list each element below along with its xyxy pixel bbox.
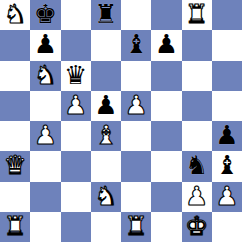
square-c5[interactable]: ♟ xyxy=(61,91,91,121)
square-g1[interactable]: ♚ xyxy=(182,212,212,242)
square-b8[interactable]: ♚ xyxy=(30,0,60,30)
white-pawn-piece[interactable]: ♟ xyxy=(124,92,147,118)
square-d8[interactable]: ♜ xyxy=(91,0,121,30)
square-a4[interactable] xyxy=(0,121,30,151)
white-knight-piece[interactable]: ♞ xyxy=(94,183,117,209)
white-rook-piece[interactable]: ♜ xyxy=(185,1,208,27)
square-h6[interactable] xyxy=(212,61,242,91)
square-b5[interactable] xyxy=(30,91,60,121)
square-g7[interactable] xyxy=(182,30,212,60)
black-bishop-piece[interactable]: ♝ xyxy=(124,31,147,57)
square-a5[interactable] xyxy=(0,91,30,121)
square-e3[interactable] xyxy=(121,151,151,181)
black-king-piece[interactable]: ♚ xyxy=(34,1,57,27)
white-knight-piece[interactable]: ♞ xyxy=(34,62,57,88)
square-c7[interactable] xyxy=(61,30,91,60)
square-f8[interactable] xyxy=(151,0,181,30)
square-e6[interactable] xyxy=(121,61,151,91)
square-d7[interactable] xyxy=(91,30,121,60)
white-pawn-piece[interactable]: ♟ xyxy=(185,183,208,209)
square-h7[interactable] xyxy=(212,30,242,60)
square-c2[interactable] xyxy=(61,182,91,212)
square-a1[interactable]: ♜ xyxy=(0,212,30,242)
white-pawn-piece[interactable]: ♟ xyxy=(215,183,238,209)
square-d5[interactable]: ♟ xyxy=(91,91,121,121)
square-d6[interactable] xyxy=(91,61,121,91)
square-e2[interactable] xyxy=(121,182,151,212)
square-f6[interactable] xyxy=(151,61,181,91)
square-c1[interactable] xyxy=(61,212,91,242)
square-f1[interactable] xyxy=(151,212,181,242)
square-g5[interactable] xyxy=(182,91,212,121)
square-b1[interactable] xyxy=(30,212,60,242)
black-queen-piece[interactable]: ♛ xyxy=(64,62,87,88)
black-pawn-piece[interactable]: ♟ xyxy=(34,31,57,57)
square-e4[interactable] xyxy=(121,121,151,151)
square-b6[interactable]: ♞ xyxy=(30,61,60,91)
white-rook-piece[interactable]: ♜ xyxy=(124,213,147,239)
square-h5[interactable] xyxy=(212,91,242,121)
square-g2[interactable]: ♟ xyxy=(182,182,212,212)
chess-board: ♞♚♜♜♟♝♟♞♛♟♟♟♟♝♟♛♞♝♞♟♟♜♜♚ xyxy=(0,0,242,242)
square-h8[interactable] xyxy=(212,0,242,30)
white-bishop-piece[interactable]: ♝ xyxy=(94,122,117,148)
square-a8[interactable]: ♞ xyxy=(0,0,30,30)
square-c3[interactable] xyxy=(61,151,91,181)
square-h3[interactable]: ♝ xyxy=(212,151,242,181)
white-pawn-piece[interactable]: ♟ xyxy=(34,122,57,148)
square-e1[interactable]: ♜ xyxy=(121,212,151,242)
white-king-piece[interactable]: ♚ xyxy=(185,213,208,239)
square-g3[interactable]: ♞ xyxy=(182,151,212,181)
black-rook-piece[interactable]: ♜ xyxy=(94,1,117,27)
square-f3[interactable] xyxy=(151,151,181,181)
white-rook-piece[interactable]: ♜ xyxy=(3,213,26,239)
black-pawn-piece[interactable]: ♟ xyxy=(215,122,238,148)
square-a3[interactable]: ♛ xyxy=(0,151,30,181)
square-f2[interactable] xyxy=(151,182,181,212)
square-g6[interactable] xyxy=(182,61,212,91)
square-d3[interactable] xyxy=(91,151,121,181)
square-b4[interactable]: ♟ xyxy=(30,121,60,151)
square-f4[interactable] xyxy=(151,121,181,151)
square-f5[interactable] xyxy=(151,91,181,121)
square-h1[interactable] xyxy=(212,212,242,242)
square-c4[interactable] xyxy=(61,121,91,151)
black-knight-piece[interactable]: ♞ xyxy=(185,152,208,178)
white-queen-piece[interactable]: ♛ xyxy=(3,152,26,178)
square-g8[interactable]: ♜ xyxy=(182,0,212,30)
square-a2[interactable] xyxy=(0,182,30,212)
black-pawn-piece[interactable]: ♟ xyxy=(94,92,117,118)
black-pawn-piece[interactable]: ♟ xyxy=(155,31,178,57)
square-d2[interactable]: ♞ xyxy=(91,182,121,212)
square-a6[interactable] xyxy=(0,61,30,91)
square-d4[interactable]: ♝ xyxy=(91,121,121,151)
white-pawn-piece[interactable]: ♟ xyxy=(64,92,87,118)
square-b7[interactable]: ♟ xyxy=(30,30,60,60)
square-e5[interactable]: ♟ xyxy=(121,91,151,121)
square-e8[interactable] xyxy=(121,0,151,30)
square-d1[interactable] xyxy=(91,212,121,242)
square-h2[interactable]: ♟ xyxy=(212,182,242,212)
square-f7[interactable]: ♟ xyxy=(151,30,181,60)
square-a7[interactable] xyxy=(0,30,30,60)
square-b3[interactable] xyxy=(30,151,60,181)
square-g4[interactable] xyxy=(182,121,212,151)
white-knight-piece[interactable]: ♞ xyxy=(3,1,26,27)
square-b2[interactable] xyxy=(30,182,60,212)
square-c6[interactable]: ♛ xyxy=(61,61,91,91)
black-bishop-piece[interactable]: ♝ xyxy=(215,152,238,178)
square-e7[interactable]: ♝ xyxy=(121,30,151,60)
square-h4[interactable]: ♟ xyxy=(212,121,242,151)
square-c8[interactable] xyxy=(61,0,91,30)
